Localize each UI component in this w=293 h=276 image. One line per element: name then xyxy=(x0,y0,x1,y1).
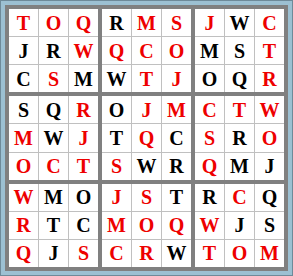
cell-r7c9[interactable]: Q xyxy=(255,184,284,211)
cell-r2c3[interactable]: W xyxy=(69,37,98,64)
cell-r8c4[interactable]: M xyxy=(102,212,131,239)
cell-r8c5[interactable]: O xyxy=(132,212,161,239)
cell-r5c8[interactable]: R xyxy=(225,124,254,151)
cell-r3c9[interactable]: R xyxy=(255,65,284,92)
cell-r9c9[interactable]: M xyxy=(255,240,284,267)
cell-r6c5[interactable]: W xyxy=(132,153,161,180)
cell-r4c6[interactable]: M xyxy=(162,96,191,123)
block-6: CTWSROQMJ xyxy=(195,96,284,179)
cell-r5c1[interactable]: M xyxy=(9,124,38,151)
cell-r8c8[interactable]: J xyxy=(225,212,254,239)
cell-r6c1[interactable]: O xyxy=(9,153,38,180)
cell-r4c9[interactable]: W xyxy=(255,96,284,123)
cell-r7c2[interactable]: M xyxy=(39,184,68,211)
cell-r2c2[interactable]: R xyxy=(39,37,68,64)
cell-r1c6[interactable]: S xyxy=(162,9,191,36)
cell-r6c7[interactable]: Q xyxy=(195,153,224,180)
cell-r7c7[interactable]: R xyxy=(195,184,224,211)
block-2: RMSQCOWTJ xyxy=(102,9,191,92)
cell-r5c7[interactable]: S xyxy=(195,124,224,151)
cell-r3c3[interactable]: M xyxy=(69,65,98,92)
cell-r9c2[interactable]: J xyxy=(39,240,68,267)
cell-r1c1[interactable]: T xyxy=(9,9,38,36)
cell-r5c4[interactable]: T xyxy=(102,124,131,151)
cell-r7c6[interactable]: T xyxy=(162,184,191,211)
cell-r9c8[interactable]: O xyxy=(225,240,254,267)
cell-r6c4[interactable]: S xyxy=(102,153,131,180)
block-5: OJMTQCSWR xyxy=(102,96,191,179)
cell-r3c7[interactable]: O xyxy=(195,65,224,92)
block-3: JWCMSTOQR xyxy=(195,9,284,92)
wordoku-board-frame: TOQJRWCSMRMSQCOWTJJWCMSTOQRSQRMWJOCTOJMT… xyxy=(0,0,293,276)
cell-r9c3[interactable]: S xyxy=(69,240,98,267)
cell-r8c6[interactable]: Q xyxy=(162,212,191,239)
cell-r8c3[interactable]: C xyxy=(69,212,98,239)
cell-r2c1[interactable]: J xyxy=(9,37,38,64)
cell-r1c4[interactable]: R xyxy=(102,9,131,36)
cell-r9c4[interactable]: C xyxy=(102,240,131,267)
cell-r6c8[interactable]: M xyxy=(225,153,254,180)
cell-r4c2[interactable]: Q xyxy=(39,96,68,123)
cell-r1c3[interactable]: Q xyxy=(69,9,98,36)
cell-r8c7[interactable]: W xyxy=(195,212,224,239)
cell-r4c4[interactable]: O xyxy=(102,96,131,123)
cell-r4c3[interactable]: R xyxy=(69,96,98,123)
cell-r1c9[interactable]: C xyxy=(255,9,284,36)
cell-r5c6[interactable]: C xyxy=(162,124,191,151)
cell-r6c3[interactable]: T xyxy=(69,153,98,180)
cell-r2c5[interactable]: C xyxy=(132,37,161,64)
cell-r2c4[interactable]: Q xyxy=(102,37,131,64)
cell-r2c7[interactable]: M xyxy=(195,37,224,64)
cell-r2c8[interactable]: S xyxy=(225,37,254,64)
block-7: WMORTCQJS xyxy=(9,184,98,267)
cell-r2c9[interactable]: T xyxy=(255,37,284,64)
cell-r4c7[interactable]: C xyxy=(195,96,224,123)
block-8: JSTMOQCRW xyxy=(102,184,191,267)
cell-r4c1[interactable]: S xyxy=(9,96,38,123)
cell-r7c1[interactable]: W xyxy=(9,184,38,211)
cell-r5c5[interactable]: Q xyxy=(132,124,161,151)
cell-r6c6[interactable]: R xyxy=(162,153,191,180)
cell-r7c3[interactable]: O xyxy=(69,184,98,211)
block-9: RCQWJSTOM xyxy=(195,184,284,267)
cell-r7c8[interactable]: C xyxy=(225,184,254,211)
cell-r7c4[interactable]: J xyxy=(102,184,131,211)
cell-r6c2[interactable]: C xyxy=(39,153,68,180)
cell-r4c5[interactable]: J xyxy=(132,96,161,123)
cell-r1c5[interactable]: M xyxy=(132,9,161,36)
cell-r8c1[interactable]: R xyxy=(9,212,38,239)
cell-r9c7[interactable]: T xyxy=(195,240,224,267)
cell-r6c9[interactable]: J xyxy=(255,153,284,180)
cell-r3c5[interactable]: T xyxy=(132,65,161,92)
cell-r5c9[interactable]: O xyxy=(255,124,284,151)
cell-r8c9[interactable]: S xyxy=(255,212,284,239)
cell-r5c2[interactable]: W xyxy=(39,124,68,151)
block-1: TOQJRWCSM xyxy=(9,9,98,92)
cell-r3c6[interactable]: J xyxy=(162,65,191,92)
cell-r9c5[interactable]: R xyxy=(132,240,161,267)
block-4: SQRMWJOCT xyxy=(9,96,98,179)
cell-r9c6[interactable]: W xyxy=(162,240,191,267)
cell-r8c2[interactable]: T xyxy=(39,212,68,239)
wordoku-grid: TOQJRWCSMRMSQCOWTJJWCMSTOQRSQRMWJOCTOJMT… xyxy=(5,5,288,271)
cell-r3c2[interactable]: S xyxy=(39,65,68,92)
cell-r1c7[interactable]: J xyxy=(195,9,224,36)
cell-r4c8[interactable]: T xyxy=(225,96,254,123)
cell-r3c8[interactable]: Q xyxy=(225,65,254,92)
cell-r9c1[interactable]: Q xyxy=(9,240,38,267)
cell-r5c3[interactable]: J xyxy=(69,124,98,151)
cell-r7c5[interactable]: S xyxy=(132,184,161,211)
cell-r1c8[interactable]: W xyxy=(225,9,254,36)
cell-r3c4[interactable]: W xyxy=(102,65,131,92)
cell-r3c1[interactable]: C xyxy=(9,65,38,92)
cell-r1c2[interactable]: O xyxy=(39,9,68,36)
cell-r2c6[interactable]: O xyxy=(162,37,191,64)
